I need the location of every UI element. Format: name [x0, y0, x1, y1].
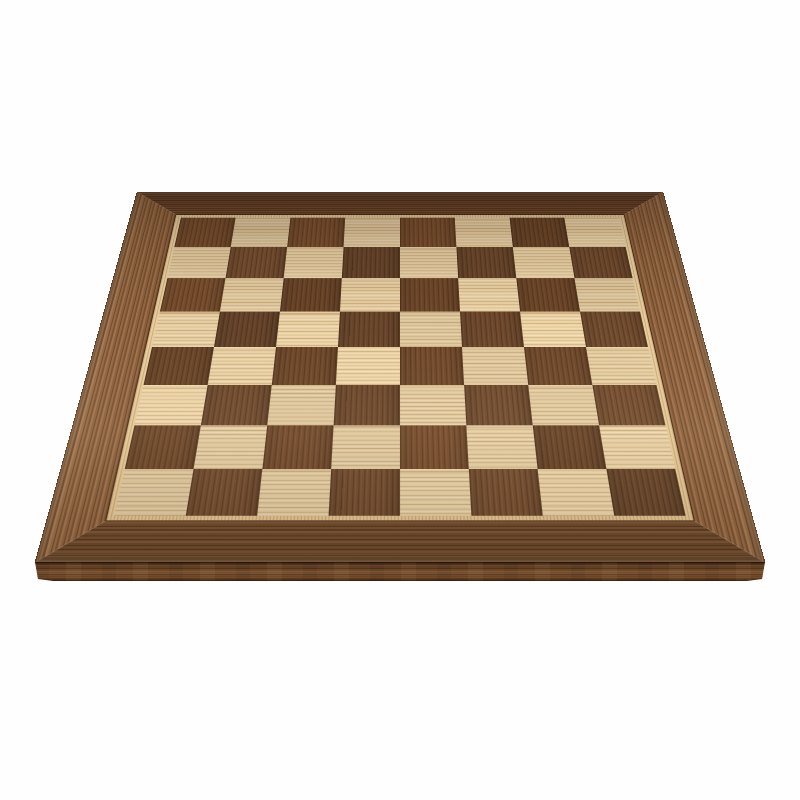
square-b3[interactable]	[201, 385, 272, 426]
square-h5[interactable]	[580, 312, 648, 347]
square-h1[interactable]	[606, 469, 685, 516]
chess-board	[35, 192, 766, 563]
square-c6[interactable]	[280, 278, 342, 311]
square-a2[interactable]	[125, 425, 201, 469]
square-e7[interactable]	[400, 247, 458, 278]
product-photo-scene	[0, 0, 800, 800]
square-f3[interactable]	[464, 385, 533, 426]
square-g6[interactable]	[516, 278, 580, 311]
square-d3[interactable]	[334, 385, 400, 426]
square-d4[interactable]	[336, 347, 400, 385]
square-f5[interactable]	[460, 312, 524, 347]
square-g4[interactable]	[524, 347, 592, 385]
board-front-edge	[35, 562, 765, 581]
square-d7[interactable]	[342, 247, 400, 278]
square-d8[interactable]	[344, 218, 400, 247]
square-h7[interactable]	[569, 247, 632, 278]
board-grid	[114, 218, 685, 516]
square-f1[interactable]	[469, 469, 543, 516]
square-e3[interactable]	[400, 385, 466, 426]
square-b5[interactable]	[214, 312, 280, 347]
square-f4[interactable]	[462, 347, 528, 385]
square-e6[interactable]	[400, 278, 460, 311]
square-g8[interactable]	[510, 218, 570, 247]
square-d1[interactable]	[329, 469, 400, 516]
square-f2[interactable]	[466, 425, 537, 469]
square-a4[interactable]	[144, 347, 214, 385]
square-e2[interactable]	[400, 425, 469, 469]
square-b7[interactable]	[226, 247, 288, 278]
square-g7[interactable]	[513, 247, 575, 278]
square-a1[interactable]	[114, 469, 193, 516]
square-h2[interactable]	[599, 425, 675, 469]
square-b8[interactable]	[231, 218, 291, 247]
square-c4[interactable]	[272, 347, 338, 385]
square-g1[interactable]	[538, 469, 615, 516]
square-h6[interactable]	[574, 278, 640, 311]
square-c8[interactable]	[287, 218, 345, 247]
square-h8[interactable]	[564, 218, 625, 247]
square-c5[interactable]	[276, 312, 340, 347]
square-c1[interactable]	[257, 469, 331, 516]
square-f6[interactable]	[458, 278, 520, 311]
square-e5[interactable]	[400, 312, 462, 347]
square-f8[interactable]	[455, 218, 513, 247]
square-g3[interactable]	[528, 385, 599, 426]
square-g2[interactable]	[533, 425, 607, 469]
square-e8[interactable]	[400, 218, 456, 247]
square-d5[interactable]	[338, 312, 400, 347]
square-c2[interactable]	[262, 425, 333, 469]
square-a8[interactable]	[174, 218, 235, 247]
square-e4[interactable]	[400, 347, 464, 385]
square-a5[interactable]	[152, 312, 220, 347]
square-h4[interactable]	[586, 347, 656, 385]
square-d6[interactable]	[340, 278, 400, 311]
square-g5[interactable]	[520, 312, 586, 347]
square-a6[interactable]	[160, 278, 226, 311]
square-b1[interactable]	[186, 469, 263, 516]
square-b4[interactable]	[208, 347, 276, 385]
square-c3[interactable]	[267, 385, 336, 426]
square-e1[interactable]	[400, 469, 471, 516]
square-b6[interactable]	[220, 278, 284, 311]
square-a7[interactable]	[167, 247, 230, 278]
square-h3[interactable]	[592, 385, 665, 426]
square-f7[interactable]	[456, 247, 516, 278]
square-c7[interactable]	[284, 247, 344, 278]
square-d2[interactable]	[331, 425, 400, 469]
square-a3[interactable]	[134, 385, 207, 426]
square-b2[interactable]	[194, 425, 268, 469]
